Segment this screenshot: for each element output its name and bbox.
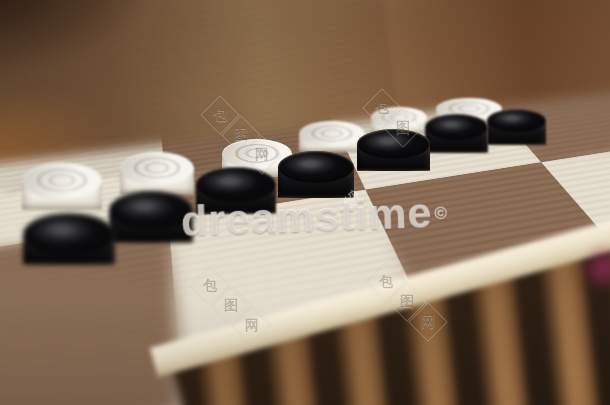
watermark-char: 包	[203, 277, 217, 295]
watermark-char: 网	[421, 313, 435, 331]
watermark-char: 包	[213, 106, 227, 124]
copyright-icon: ©	[434, 204, 448, 223]
piece-top	[425, 114, 488, 140]
photo-canvas: dreamstime© 包 图 网 包 图 网 包 图 包 图 网	[0, 0, 610, 405]
watermark-dreamstime: dreamstime©	[180, 189, 462, 247]
watermark-char: 图	[224, 297, 238, 315]
piece-top	[487, 109, 546, 132]
piece-top	[120, 152, 194, 185]
piece-top	[278, 151, 354, 183]
watermark-char: 包	[375, 99, 389, 117]
watermark-char: 图	[234, 126, 248, 144]
piece-top	[299, 121, 365, 147]
watermark-char: 网	[255, 146, 269, 164]
watermark-char: 图	[396, 119, 410, 137]
watermark-char: 网	[245, 317, 259, 335]
piece-top	[22, 163, 102, 199]
watermark-char: 包	[379, 273, 393, 291]
watermark-char: 图	[400, 293, 414, 311]
piece-top	[23, 213, 115, 255]
watermark-dreamstime-text: dreamstime	[180, 188, 433, 245]
